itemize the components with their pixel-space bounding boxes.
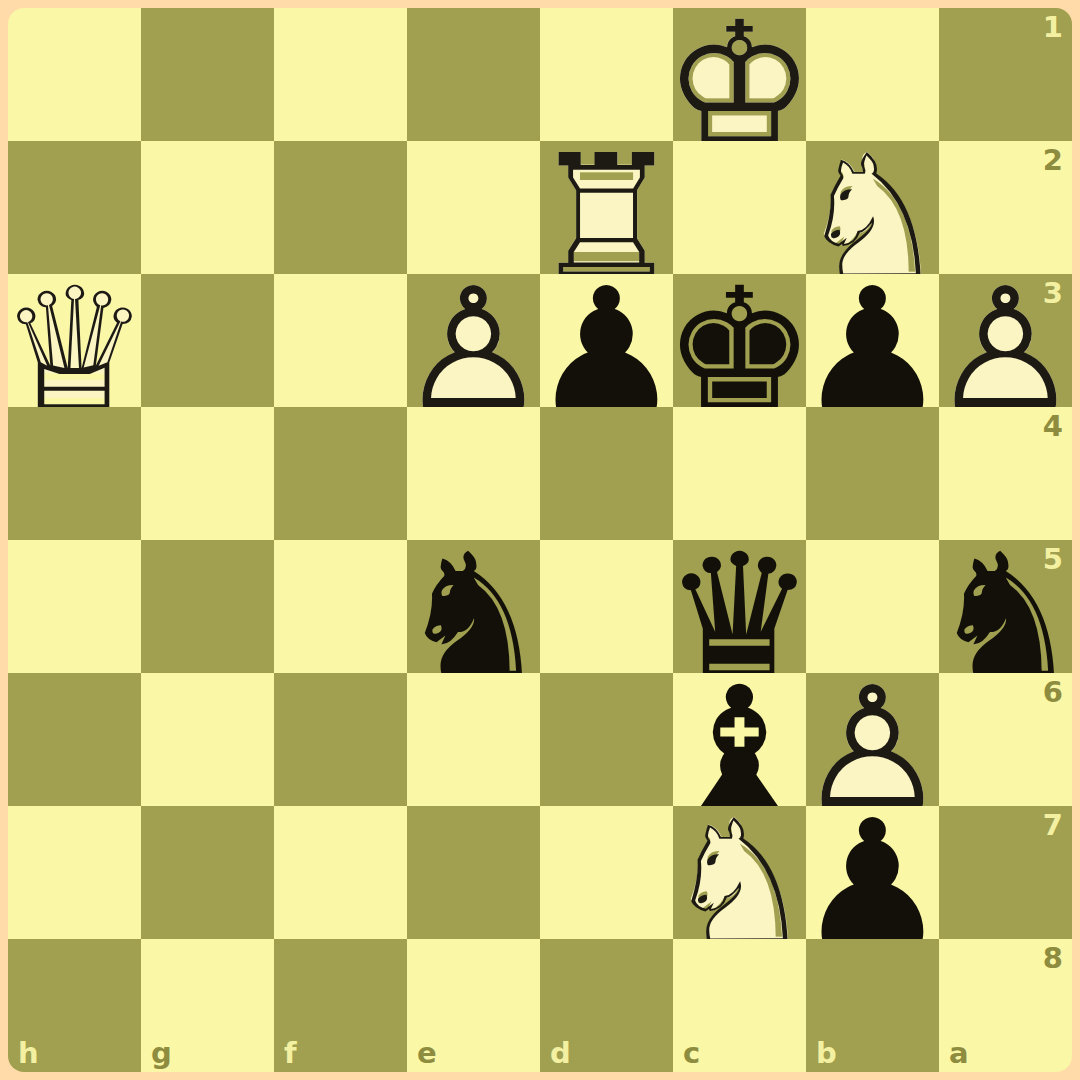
square-a7[interactable]: 7 [939,806,1072,939]
black-king[interactable]: ♚ [673,274,806,407]
square-a8[interactable]: 8a [939,939,1072,1072]
black-knight-glyph: ♞ [407,549,540,682]
black-knight[interactable]: ♞ [407,540,540,673]
white-knight-glyph: ♞ [806,150,939,283]
square-a6[interactable]: 6 [939,673,1072,806]
black-king-glyph: ♚ [673,283,806,416]
rank-label-6: 6 [1043,678,1063,707]
square-f8[interactable]: f [274,939,407,1072]
square-a2[interactable]: 2 [939,141,1072,274]
square-c2[interactable] [673,141,806,274]
square-h2[interactable] [8,141,141,274]
black-pawn-glyph: ♟ [806,815,939,948]
square-g6[interactable] [141,673,274,806]
square-f6[interactable] [274,673,407,806]
square-e4[interactable] [407,407,540,540]
file-label-f: f [284,1039,297,1068]
square-h1[interactable] [8,8,141,141]
square-h4[interactable] [8,407,141,540]
white-king[interactable]: ♚♔ [673,8,806,141]
file-label-h: h [18,1039,39,1068]
square-c6[interactable]: ♝ [673,673,806,806]
white-queen-outline-glyph: ♕ [8,283,141,416]
square-e8[interactable]: e [407,939,540,1072]
white-pawn-glyph: ♟ [806,682,939,815]
square-f4[interactable] [274,407,407,540]
white-knight-outline-glyph: ♘ [806,150,939,283]
white-pawn-outline-glyph: ♙ [806,682,939,815]
square-c5[interactable]: ♛ [673,540,806,673]
white-rook[interactable]: ♜♖ [540,141,673,274]
square-b3[interactable]: ♟ [806,274,939,407]
black-queen-glyph: ♛ [673,549,806,682]
square-c1[interactable]: ♚♔ [673,8,806,141]
square-e1[interactable] [407,8,540,141]
black-pawn[interactable]: ♟ [806,274,939,407]
square-b4[interactable] [806,407,939,540]
square-e7[interactable] [407,806,540,939]
square-b5[interactable] [806,540,939,673]
white-rook-glyph: ♜ [540,150,673,283]
chess-board: ♚♔1♜♖♞♘2♛♕♟♙♟♚♟3♟♙4♞♛5♞♝♟♙6♞♘♟7hgfedcb8a [8,8,1072,1072]
white-pawn[interactable]: ♟♙ [806,673,939,806]
white-pawn-outline-glyph: ♙ [407,283,540,416]
square-c8[interactable]: c [673,939,806,1072]
black-bishop-glyph: ♝ [673,682,806,815]
square-c4[interactable] [673,407,806,540]
square-g8[interactable]: g [141,939,274,1072]
rank-label-7: 7 [1043,811,1063,840]
black-knight[interactable]: ♞ [939,540,1072,673]
square-h7[interactable] [8,806,141,939]
black-pawn-glyph: ♟ [540,283,673,416]
square-d7[interactable] [540,806,673,939]
square-c3[interactable]: ♚ [673,274,806,407]
rank-label-2: 2 [1043,146,1063,175]
square-h8[interactable]: h [8,939,141,1072]
square-e6[interactable] [407,673,540,806]
square-b1[interactable] [806,8,939,141]
white-king-outline-glyph: ♔ [673,17,806,150]
square-g1[interactable] [141,8,274,141]
white-pawn-glyph: ♟ [939,283,1072,416]
square-d8[interactable]: d [540,939,673,1072]
square-d5[interactable] [540,540,673,673]
file-label-c: c [683,1039,700,1068]
square-a4[interactable]: 4 [939,407,1072,540]
square-a3[interactable]: 3♟♙ [939,274,1072,407]
square-d1[interactable] [540,8,673,141]
square-a5[interactable]: 5♞ [939,540,1072,673]
file-label-d: d [550,1039,571,1068]
black-queen[interactable]: ♛ [673,540,806,673]
square-d2[interactable]: ♜♖ [540,141,673,274]
black-knight-glyph: ♞ [939,549,1072,682]
file-label-e: e [417,1039,437,1068]
square-h3[interactable]: ♛♕ [8,274,141,407]
square-g7[interactable] [141,806,274,939]
square-g5[interactable] [141,540,274,673]
square-g2[interactable] [141,141,274,274]
square-f7[interactable] [274,806,407,939]
file-label-b: b [816,1039,837,1068]
black-pawn[interactable]: ♟ [540,274,673,407]
square-h6[interactable] [8,673,141,806]
square-e5[interactable]: ♞ [407,540,540,673]
square-f5[interactable] [274,540,407,673]
square-e2[interactable] [407,141,540,274]
square-e3[interactable]: ♟♙ [407,274,540,407]
board-frame: ♚♔1♜♖♞♘2♛♕♟♙♟♚♟3♟♙4♞♛5♞♝♟♙6♞♘♟7hgfedcb8a [0,0,1080,1080]
file-label-a: a [949,1039,969,1068]
square-d3[interactable]: ♟ [540,274,673,407]
file-label-g: g [151,1039,172,1068]
white-pawn[interactable]: ♟♙ [407,274,540,407]
white-king-glyph: ♚ [673,17,806,150]
white-pawn-outline-glyph: ♙ [939,283,1072,416]
black-pawn-glyph: ♟ [806,283,939,416]
white-knight[interactable]: ♞♘ [673,806,806,939]
square-b8[interactable]: b [806,939,939,1072]
white-knight[interactable]: ♞♘ [806,141,939,274]
square-c7[interactable]: ♞♘ [673,806,806,939]
square-h5[interactable] [8,540,141,673]
square-a1[interactable]: 1 [939,8,1072,141]
square-g3[interactable] [141,274,274,407]
square-b6[interactable]: ♟♙ [806,673,939,806]
rank-label-4: 4 [1043,412,1063,441]
black-pawn[interactable]: ♟ [806,806,939,939]
white-knight-glyph: ♞ [673,815,806,948]
square-d4[interactable] [540,407,673,540]
white-rook-outline-glyph: ♖ [540,150,673,283]
rank-label-1: 1 [1043,13,1063,42]
black-bishop[interactable]: ♝ [673,673,806,806]
square-g4[interactable] [141,407,274,540]
square-f2[interactable] [274,141,407,274]
white-queen[interactable]: ♛♕ [8,274,141,407]
square-f3[interactable] [274,274,407,407]
rank-label-8: 8 [1043,944,1063,973]
square-d6[interactable] [540,673,673,806]
white-pawn-glyph: ♟ [407,283,540,416]
white-knight-outline-glyph: ♘ [673,815,806,948]
white-pawn[interactable]: ♟♙ [939,274,1072,407]
square-f1[interactable] [274,8,407,141]
white-queen-glyph: ♛ [8,283,141,416]
square-b2[interactable]: ♞♘ [806,141,939,274]
square-b7[interactable]: ♟ [806,806,939,939]
